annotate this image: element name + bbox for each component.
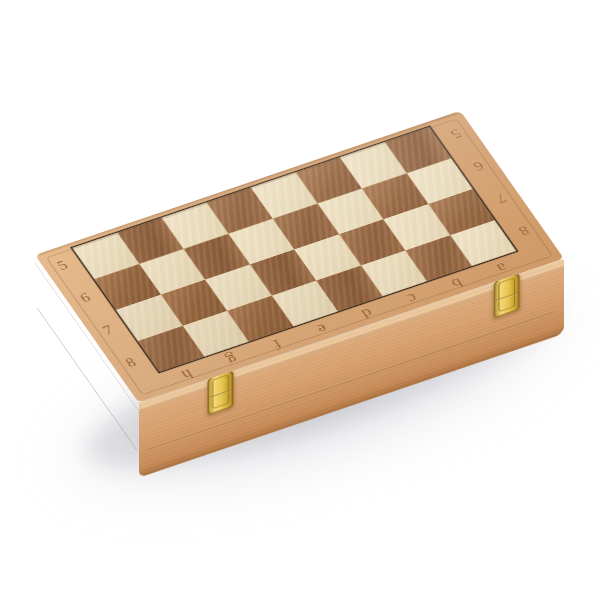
square-f7: [205, 265, 271, 311]
square-h7: [116, 295, 182, 341]
square-g7: [161, 280, 227, 326]
square-c8: [361, 250, 427, 296]
square-h6: [94, 264, 160, 310]
product-photo: hgfedcba56785678: [0, 0, 600, 600]
brass-clasp-right: [494, 272, 520, 319]
square-f8: [227, 295, 293, 341]
square-g8: [182, 311, 248, 357]
square-g6: [139, 249, 205, 295]
square-e8: [271, 280, 337, 326]
square-h8: [138, 326, 204, 372]
square-d8: [316, 265, 382, 311]
square-e7: [250, 249, 316, 295]
brass-clasp-left: [207, 369, 233, 416]
